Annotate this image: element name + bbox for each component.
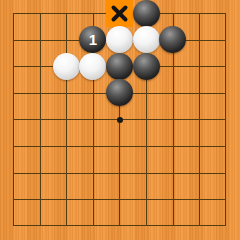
white-stone — [133, 26, 160, 53]
white-stone — [106, 26, 133, 53]
white-stone — [79, 53, 106, 80]
move-number-label: 1 — [89, 32, 97, 47]
go-board[interactable]: 1 — [0, 0, 240, 240]
x-marker-icon — [110, 4, 129, 23]
black-stone — [133, 0, 160, 27]
black-stone — [133, 53, 160, 80]
white-stone — [53, 53, 80, 80]
black-stone — [106, 53, 133, 80]
highlighted-point[interactable] — [106, 0, 133, 27]
star-point — [117, 117, 123, 123]
